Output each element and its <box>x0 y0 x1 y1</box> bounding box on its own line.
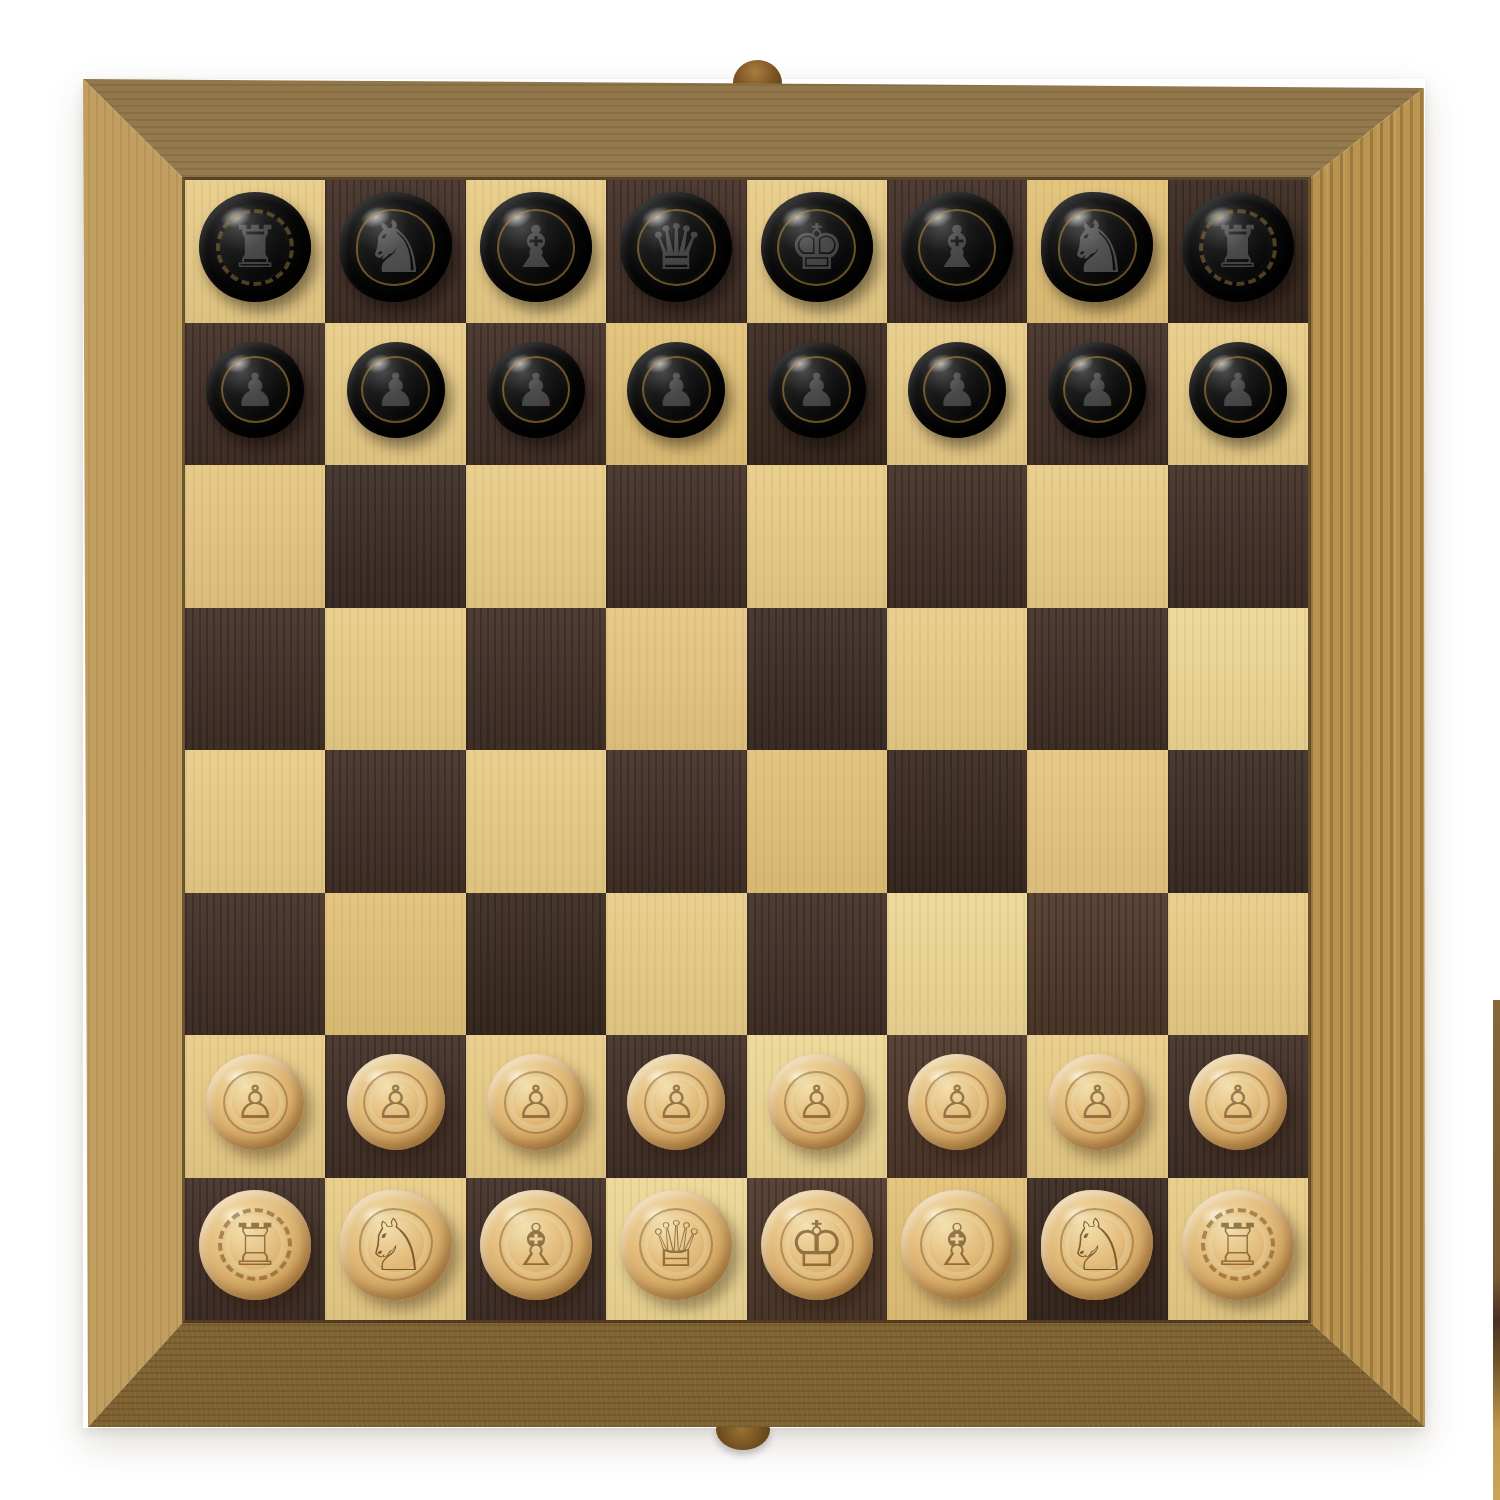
piece-white-queen-d1[interactable]: ♕ <box>620 1190 732 1300</box>
piece-white-king-e1[interactable]: ♔ <box>761 1190 873 1300</box>
black-knight-glyph: ♞ <box>1065 211 1130 283</box>
square-f7[interactable]: ♟ <box>887 323 1027 466</box>
chess-set-photo: ♜♞♝♛♚♝♞♜♟♟♟♟♟♟♟♟♙♙♙♙♙♙♙♙♖♘♗♕♔♗♘♖ <box>0 0 1500 1500</box>
black-pawn-glyph: ♟ <box>656 367 697 413</box>
square-b8[interactable]: ♞ <box>325 180 465 323</box>
square-h6[interactable] <box>1168 465 1308 608</box>
piece-black-bishop-f8[interactable]: ♝ <box>901 192 1013 302</box>
black-pawn-glyph: ♟ <box>936 367 977 413</box>
square-h5[interactable] <box>1168 608 1308 751</box>
square-a5[interactable] <box>185 608 325 751</box>
square-b5[interactable] <box>325 608 465 751</box>
piece-white-pawn-a2[interactable]: ♙ <box>206 1054 304 1150</box>
piece-white-pawn-c2[interactable]: ♙ <box>487 1054 585 1150</box>
square-h8[interactable]: ♜ <box>1168 180 1308 323</box>
white-queen-glyph: ♕ <box>648 1213 704 1276</box>
black-pawn-glyph: ♟ <box>235 367 276 413</box>
square-g4[interactable] <box>1027 750 1167 893</box>
black-rook-glyph: ♜ <box>229 218 281 276</box>
white-pawn-glyph: ♙ <box>1217 1079 1258 1125</box>
white-pawn-glyph: ♙ <box>375 1079 416 1125</box>
square-b4[interactable] <box>325 750 465 893</box>
piece-white-pawn-e2[interactable]: ♙ <box>768 1054 866 1150</box>
white-pawn-glyph: ♙ <box>936 1079 977 1125</box>
square-f1[interactable]: ♗ <box>887 1178 1027 1321</box>
square-h4[interactable] <box>1168 750 1308 893</box>
square-a7[interactable]: ♟ <box>185 323 325 466</box>
piece-black-bishop-c8[interactable]: ♝ <box>480 192 592 302</box>
piece-white-pawn-d2[interactable]: ♙ <box>627 1054 725 1150</box>
square-e7[interactable]: ♟ <box>747 323 887 466</box>
piece-black-queen-d8[interactable]: ♛ <box>620 192 732 302</box>
white-rook-glyph: ♖ <box>229 1216 281 1274</box>
white-bishop-glyph: ♗ <box>931 1216 983 1274</box>
square-a1[interactable]: ♖ <box>185 1178 325 1321</box>
square-b6[interactable] <box>325 465 465 608</box>
piece-black-pawn-h7[interactable]: ♟ <box>1189 342 1287 438</box>
square-g2[interactable]: ♙ <box>1027 1035 1167 1178</box>
square-e3[interactable] <box>747 893 887 1036</box>
square-a8[interactable]: ♜ <box>185 180 325 323</box>
black-pawn-glyph: ♟ <box>375 367 416 413</box>
black-bishop-glyph: ♝ <box>931 218 983 276</box>
square-d1[interactable]: ♕ <box>606 1178 746 1321</box>
square-g6[interactable] <box>1027 465 1167 608</box>
white-knight-glyph: ♘ <box>363 1209 428 1281</box>
white-pawn-glyph: ♙ <box>796 1079 837 1125</box>
piece-black-pawn-a7[interactable]: ♟ <box>206 342 304 438</box>
square-f6[interactable] <box>887 465 1027 608</box>
piece-white-bishop-c1[interactable]: ♗ <box>480 1190 592 1300</box>
square-f3[interactable] <box>887 893 1027 1036</box>
square-e5[interactable] <box>747 608 887 751</box>
black-rook-glyph: ♜ <box>1212 218 1264 276</box>
square-h2[interactable]: ♙ <box>1168 1035 1308 1178</box>
piece-black-knight-g8[interactable]: ♞ <box>1041 192 1153 302</box>
piece-white-pawn-b2[interactable]: ♙ <box>347 1054 445 1150</box>
square-c1[interactable]: ♗ <box>466 1178 606 1321</box>
square-f5[interactable] <box>887 608 1027 751</box>
black-pawn-glyph: ♟ <box>1077 367 1118 413</box>
piece-white-pawn-f2[interactable]: ♙ <box>908 1054 1006 1150</box>
square-e6[interactable] <box>747 465 887 608</box>
piece-black-pawn-f7[interactable]: ♟ <box>908 342 1006 438</box>
black-pawn-glyph: ♟ <box>796 367 837 413</box>
square-d7[interactable]: ♟ <box>606 323 746 466</box>
chess-board: ♜♞♝♛♚♝♞♜♟♟♟♟♟♟♟♟♙♙♙♙♙♙♙♙♖♘♗♕♔♗♘♖ <box>185 180 1308 1320</box>
piece-white-pawn-g2[interactable]: ♙ <box>1048 1054 1146 1150</box>
white-knight-glyph: ♘ <box>1065 1209 1130 1281</box>
white-pawn-glyph: ♙ <box>1077 1079 1118 1125</box>
white-king-glyph: ♔ <box>788 1213 844 1276</box>
black-bishop-glyph: ♝ <box>510 218 562 276</box>
white-pawn-glyph: ♙ <box>515 1079 556 1125</box>
piece-black-king-e8[interactable]: ♚ <box>761 192 873 302</box>
square-b7[interactable]: ♟ <box>325 323 465 466</box>
white-pawn-glyph: ♙ <box>235 1079 276 1125</box>
piece-black-knight-b8[interactable]: ♞ <box>340 192 452 302</box>
square-e2[interactable]: ♙ <box>747 1035 887 1178</box>
square-c3[interactable] <box>466 893 606 1036</box>
piece-white-knight-b1[interactable]: ♘ <box>340 1190 452 1300</box>
black-pawn-glyph: ♟ <box>515 367 556 413</box>
white-pawn-glyph: ♙ <box>656 1079 697 1125</box>
white-rook-glyph: ♖ <box>1212 1216 1264 1274</box>
piece-white-bishop-f1[interactable]: ♗ <box>901 1190 1013 1300</box>
square-a4[interactable] <box>185 750 325 893</box>
square-b3[interactable] <box>325 893 465 1036</box>
square-c4[interactable] <box>466 750 606 893</box>
square-a2[interactable]: ♙ <box>185 1035 325 1178</box>
square-d8[interactable]: ♛ <box>606 180 746 323</box>
piece-black-pawn-b7[interactable]: ♟ <box>347 342 445 438</box>
square-f4[interactable] <box>887 750 1027 893</box>
square-g5[interactable] <box>1027 608 1167 751</box>
square-h3[interactable] <box>1168 893 1308 1036</box>
piece-white-rook-h1[interactable]: ♖ <box>1182 1190 1294 1300</box>
square-c7[interactable]: ♟ <box>466 323 606 466</box>
piece-black-pawn-d7[interactable]: ♟ <box>627 342 725 438</box>
white-bishop-glyph: ♗ <box>510 1216 562 1274</box>
square-f2[interactable]: ♙ <box>887 1035 1027 1178</box>
square-g1[interactable]: ♘ <box>1027 1178 1167 1321</box>
piece-black-pawn-c7[interactable]: ♟ <box>487 342 585 438</box>
square-f8[interactable]: ♝ <box>887 180 1027 323</box>
square-h1[interactable]: ♖ <box>1168 1178 1308 1321</box>
piece-white-pawn-h2[interactable]: ♙ <box>1189 1054 1287 1150</box>
piece-white-knight-g1[interactable]: ♘ <box>1041 1190 1153 1300</box>
square-a6[interactable] <box>185 465 325 608</box>
piece-white-rook-a1[interactable]: ♖ <box>199 1190 311 1300</box>
black-knight-glyph: ♞ <box>363 211 428 283</box>
piece-black-pawn-e7[interactable]: ♟ <box>768 342 866 438</box>
square-g3[interactable] <box>1027 893 1167 1036</box>
square-c5[interactable] <box>466 608 606 751</box>
square-g7[interactable]: ♟ <box>1027 323 1167 466</box>
square-b1[interactable]: ♘ <box>325 1178 465 1321</box>
square-a3[interactable] <box>185 893 325 1036</box>
piece-black-pawn-g7[interactable]: ♟ <box>1048 342 1146 438</box>
square-e8[interactable]: ♚ <box>747 180 887 323</box>
square-g8[interactable]: ♞ <box>1027 180 1167 323</box>
piece-black-rook-a8[interactable]: ♜ <box>199 192 311 302</box>
square-c2[interactable]: ♙ <box>466 1035 606 1178</box>
black-king-glyph: ♚ <box>788 216 844 279</box>
square-c6[interactable] <box>466 465 606 608</box>
square-h7[interactable]: ♟ <box>1168 323 1308 466</box>
square-d4[interactable] <box>606 750 746 893</box>
square-d2[interactable]: ♙ <box>606 1035 746 1178</box>
piece-black-rook-h8[interactable]: ♜ <box>1182 192 1294 302</box>
square-d5[interactable] <box>606 608 746 751</box>
square-b2[interactable]: ♙ <box>325 1035 465 1178</box>
black-pawn-glyph: ♟ <box>1217 367 1258 413</box>
square-d6[interactable] <box>606 465 746 608</box>
square-e1[interactable]: ♔ <box>747 1178 887 1321</box>
background-object-sliver <box>1493 1000 1500 1500</box>
black-queen-glyph: ♛ <box>648 216 704 279</box>
square-d3[interactable] <box>606 893 746 1036</box>
square-c8[interactable]: ♝ <box>466 180 606 323</box>
square-e4[interactable] <box>747 750 887 893</box>
